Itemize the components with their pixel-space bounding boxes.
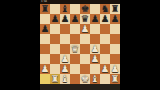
piece-white-bishop-icon: ♝ — [60, 74, 70, 84]
square-g6[interactable] — [100, 24, 110, 34]
square-e1[interactable]: ♚ — [80, 74, 90, 84]
piece-black-pawn-icon: ♟ — [70, 14, 80, 24]
square-g1[interactable] — [100, 74, 110, 84]
letterbox-right — [120, 0, 160, 90]
square-b7[interactable]: ♟ — [50, 14, 60, 24]
chess-board[interactable]: ♜♝♚♞♜♟♟♟♛♟♟♟♟♟♛♟♟♟♟♟♟♟♜♝♚♝♜ — [40, 4, 120, 84]
piece-white-bishop-icon: ♝ — [90, 74, 100, 84]
bottom-bar — [40, 84, 120, 90]
square-g7[interactable]: ♟ — [100, 14, 110, 24]
square-h5[interactable] — [110, 34, 120, 44]
square-f3[interactable]: ♟ — [90, 54, 100, 64]
square-a2[interactable]: ♟ — [40, 64, 50, 74]
square-b4[interactable] — [50, 44, 60, 54]
square-g2[interactable]: ♟ — [100, 64, 110, 74]
square-d3[interactable] — [70, 54, 80, 64]
square-h7[interactable]: ♟ — [110, 14, 120, 24]
piece-black-pawn-icon: ♟ — [110, 14, 120, 24]
piece-black-rook-icon: ♜ — [40, 4, 50, 14]
piece-white-pawn-icon: ♟ — [80, 24, 90, 34]
piece-black-pawn-icon: ♟ — [60, 14, 70, 24]
piece-white-pawn-icon: ♟ — [40, 64, 50, 74]
square-e3[interactable] — [80, 54, 90, 64]
square-c7[interactable]: ♟ — [60, 14, 70, 24]
square-d6[interactable] — [70, 24, 80, 34]
square-f7[interactable]: ♟ — [90, 14, 100, 24]
square-c6[interactable] — [60, 24, 70, 34]
square-a8[interactable]: ♜ — [40, 4, 50, 14]
piece-white-king-icon: ♚ — [80, 74, 90, 84]
square-f1[interactable]: ♝ — [90, 74, 100, 84]
square-c5[interactable] — [60, 34, 70, 44]
letterbox-left — [0, 0, 40, 90]
square-a5[interactable] — [40, 34, 50, 44]
piece-black-pawn-icon: ♟ — [100, 14, 110, 24]
square-e4[interactable] — [80, 44, 90, 54]
piece-black-pawn-icon: ♟ — [40, 24, 50, 34]
square-c1[interactable]: ♝ — [60, 74, 70, 84]
square-f6[interactable] — [90, 24, 100, 34]
square-a4[interactable] — [40, 44, 50, 54]
piece-white-pawn-icon: ♟ — [90, 54, 100, 64]
square-b1[interactable]: ♜ — [50, 74, 60, 84]
square-a6[interactable]: ♟ — [40, 24, 50, 34]
square-g4[interactable] — [100, 44, 110, 54]
square-e5[interactable] — [80, 34, 90, 44]
square-h1[interactable]: ♜ — [110, 74, 120, 84]
square-e6[interactable]: ♟ — [80, 24, 90, 34]
square-h6[interactable] — [110, 24, 120, 34]
square-d2[interactable] — [70, 64, 80, 74]
square-b3[interactable] — [50, 54, 60, 64]
square-b6[interactable] — [50, 24, 60, 34]
piece-black-pawn-icon: ♟ — [90, 14, 100, 24]
piece-white-rook-icon: ♜ — [110, 74, 120, 84]
square-g5[interactable] — [100, 34, 110, 44]
square-d4[interactable]: ♛ — [70, 44, 80, 54]
piece-white-queen-icon: ♛ — [70, 44, 80, 54]
piece-white-rook-icon: ♜ — [50, 74, 60, 84]
square-b5[interactable] — [50, 34, 60, 44]
square-h4[interactable] — [110, 44, 120, 54]
square-a1[interactable] — [40, 74, 50, 84]
piece-white-pawn-icon: ♟ — [100, 64, 110, 74]
square-d7[interactable]: ♟ — [70, 14, 80, 24]
video-frame: 1:38 ♜♝♚♞♜♟♟♟♛♟♟♟♟♟♛♟♟♟♟♟♟♟♜♝♚♝♜ — [0, 0, 160, 90]
square-d1[interactable] — [70, 74, 80, 84]
piece-black-pawn-icon: ♟ — [50, 14, 60, 24]
